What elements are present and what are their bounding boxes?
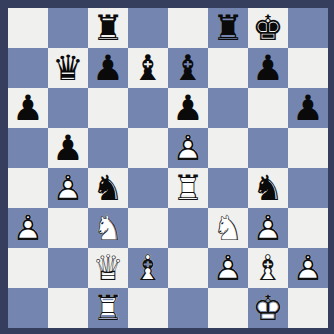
white-pawn: ♟♙ <box>288 248 328 288</box>
square-e2[interactable] <box>168 248 208 288</box>
square-b7[interactable]: ♛ <box>48 48 88 88</box>
white-rook: ♜♖ <box>168 168 208 208</box>
square-f2[interactable]: ♟♙ <box>208 248 248 288</box>
black-rook: ♜ <box>208 8 248 48</box>
square-e8[interactable] <box>168 8 208 48</box>
square-a2[interactable] <box>8 248 48 288</box>
square-e3[interactable] <box>168 208 208 248</box>
square-f7[interactable] <box>208 48 248 88</box>
square-c8[interactable]: ♜ <box>88 8 128 48</box>
square-f4[interactable] <box>208 168 248 208</box>
black-pawn: ♟ <box>8 88 48 128</box>
square-c7[interactable]: ♟ <box>88 48 128 88</box>
white-pawn: ♟♙ <box>8 208 48 248</box>
black-pawn: ♟ <box>288 88 328 128</box>
square-e1[interactable] <box>168 288 208 328</box>
black-knight: ♞ <box>88 168 128 208</box>
white-rook: ♜♖ <box>88 288 128 328</box>
square-c1[interactable]: ♜♖ <box>88 288 128 328</box>
square-a3[interactable]: ♟♙ <box>8 208 48 248</box>
square-a4[interactable] <box>8 168 48 208</box>
chess-board: ♜♜♚♛♟♝♝♟♟♟♟♟♟♙♟♙♞♜♖♞♟♙♞♘♞♘♟♙♛♕♝♗♟♙♝♗♟♙♜♖… <box>8 8 328 328</box>
square-e4[interactable]: ♜♖ <box>168 168 208 208</box>
white-bishop: ♝♗ <box>248 248 288 288</box>
square-c6[interactable] <box>88 88 128 128</box>
square-e5[interactable]: ♟♙ <box>168 128 208 168</box>
square-g2[interactable]: ♝♗ <box>248 248 288 288</box>
square-f1[interactable] <box>208 288 248 328</box>
square-c4[interactable]: ♞ <box>88 168 128 208</box>
white-king: ♚♔ <box>248 288 288 328</box>
square-f5[interactable] <box>208 128 248 168</box>
square-d8[interactable] <box>128 8 168 48</box>
square-b8[interactable] <box>48 8 88 48</box>
square-h5[interactable] <box>288 128 328 168</box>
square-g8[interactable]: ♚ <box>248 8 288 48</box>
white-pawn: ♟♙ <box>208 248 248 288</box>
square-b1[interactable] <box>48 288 88 328</box>
square-g1[interactable]: ♚♔ <box>248 288 288 328</box>
square-f8[interactable]: ♜ <box>208 8 248 48</box>
square-a7[interactable] <box>8 48 48 88</box>
black-king: ♚ <box>248 8 288 48</box>
square-b6[interactable] <box>48 88 88 128</box>
square-b2[interactable] <box>48 248 88 288</box>
square-h4[interactable] <box>288 168 328 208</box>
square-e7[interactable]: ♝ <box>168 48 208 88</box>
square-b3[interactable] <box>48 208 88 248</box>
square-h6[interactable]: ♟ <box>288 88 328 128</box>
white-pawn: ♟♙ <box>168 128 208 168</box>
square-h8[interactable] <box>288 8 328 48</box>
white-queen: ♛♕ <box>88 248 128 288</box>
square-g4[interactable]: ♞ <box>248 168 288 208</box>
white-pawn: ♟♙ <box>48 168 88 208</box>
black-pawn: ♟ <box>168 88 208 128</box>
black-knight: ♞ <box>248 168 288 208</box>
square-h1[interactable] <box>288 288 328 328</box>
square-d3[interactable] <box>128 208 168 248</box>
square-h2[interactable]: ♟♙ <box>288 248 328 288</box>
square-a6[interactable]: ♟ <box>8 88 48 128</box>
square-a5[interactable] <box>8 128 48 168</box>
square-c5[interactable] <box>88 128 128 168</box>
black-bishop: ♝ <box>128 48 168 88</box>
square-g6[interactable] <box>248 88 288 128</box>
white-pawn: ♟♙ <box>248 208 288 248</box>
white-knight: ♞♘ <box>88 208 128 248</box>
black-bishop: ♝ <box>168 48 208 88</box>
white-bishop: ♝♗ <box>128 248 168 288</box>
square-g5[interactable] <box>248 128 288 168</box>
square-c2[interactable]: ♛♕ <box>88 248 128 288</box>
chess-board-frame: ♜♜♚♛♟♝♝♟♟♟♟♟♟♙♟♙♞♜♖♞♟♙♞♘♞♘♟♙♛♕♝♗♟♙♝♗♟♙♜♖… <box>0 0 334 334</box>
square-d5[interactable] <box>128 128 168 168</box>
white-knight: ♞♘ <box>208 208 248 248</box>
square-e6[interactable]: ♟ <box>168 88 208 128</box>
square-a1[interactable] <box>8 288 48 328</box>
black-pawn: ♟ <box>248 48 288 88</box>
square-f6[interactable] <box>208 88 248 128</box>
black-pawn: ♟ <box>48 128 88 168</box>
square-g3[interactable]: ♟♙ <box>248 208 288 248</box>
square-b4[interactable]: ♟♙ <box>48 168 88 208</box>
square-d1[interactable] <box>128 288 168 328</box>
square-a8[interactable] <box>8 8 48 48</box>
square-d7[interactable]: ♝ <box>128 48 168 88</box>
square-h3[interactable] <box>288 208 328 248</box>
square-f3[interactable]: ♞♘ <box>208 208 248 248</box>
square-d4[interactable] <box>128 168 168 208</box>
square-c3[interactable]: ♞♘ <box>88 208 128 248</box>
square-g7[interactable]: ♟ <box>248 48 288 88</box>
black-pawn: ♟ <box>88 48 128 88</box>
square-d6[interactable] <box>128 88 168 128</box>
square-b5[interactable]: ♟ <box>48 128 88 168</box>
black-rook: ♜ <box>88 8 128 48</box>
square-h7[interactable] <box>288 48 328 88</box>
black-queen: ♛ <box>48 48 88 88</box>
square-d2[interactable]: ♝♗ <box>128 248 168 288</box>
